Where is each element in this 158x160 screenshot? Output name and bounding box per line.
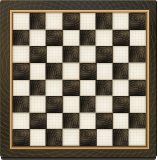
square-b3[interactable] — [30, 96, 47, 113]
square-e6[interactable] — [80, 46, 97, 63]
square-d8[interactable] — [63, 13, 80, 30]
square-h7[interactable] — [129, 30, 146, 47]
square-g4[interactable] — [113, 80, 130, 97]
square-a7[interactable] — [13, 30, 30, 47]
chess-board — [13, 13, 146, 146]
square-h6[interactable] — [129, 46, 146, 63]
square-a4[interactable] — [13, 80, 30, 97]
square-e3[interactable] — [80, 96, 97, 113]
square-d7[interactable] — [63, 30, 80, 47]
square-c1[interactable] — [46, 129, 63, 146]
square-b7[interactable] — [30, 30, 47, 47]
square-e4[interactable] — [80, 80, 97, 97]
square-b1[interactable] — [30, 129, 47, 146]
square-d1[interactable] — [63, 129, 80, 146]
square-a1[interactable] — [13, 129, 30, 146]
square-g2[interactable] — [113, 113, 130, 130]
board-bottom-edge — [1, 157, 156, 160]
square-b8[interactable] — [30, 13, 47, 30]
square-a6[interactable] — [13, 46, 30, 63]
square-e2[interactable] — [80, 113, 97, 130]
square-g5[interactable] — [113, 63, 130, 80]
square-c2[interactable] — [46, 113, 63, 130]
square-h2[interactable] — [129, 113, 146, 130]
square-h3[interactable] — [129, 96, 146, 113]
square-f4[interactable] — [96, 80, 113, 97]
square-g8[interactable] — [113, 13, 130, 30]
square-f5[interactable] — [96, 63, 113, 80]
square-f8[interactable] — [96, 13, 113, 30]
square-h4[interactable] — [129, 80, 146, 97]
square-e1[interactable] — [80, 129, 97, 146]
square-h1[interactable] — [129, 129, 146, 146]
square-b5[interactable] — [30, 63, 47, 80]
square-g3[interactable] — [113, 96, 130, 113]
square-g6[interactable] — [113, 46, 130, 63]
square-a2[interactable] — [13, 113, 30, 130]
chessboard-photo — [0, 0, 158, 160]
square-d3[interactable] — [63, 96, 80, 113]
square-b6[interactable] — [30, 46, 47, 63]
square-f2[interactable] — [96, 113, 113, 130]
square-e7[interactable] — [80, 30, 97, 47]
square-f6[interactable] — [96, 46, 113, 63]
square-g1[interactable] — [113, 129, 130, 146]
square-d6[interactable] — [63, 46, 80, 63]
square-h8[interactable] — [129, 13, 146, 30]
square-h5[interactable] — [129, 63, 146, 80]
square-c3[interactable] — [46, 96, 63, 113]
square-b4[interactable] — [30, 80, 47, 97]
square-a3[interactable] — [13, 96, 30, 113]
chess-board-frame — [0, 0, 157, 157]
square-e8[interactable] — [80, 13, 97, 30]
square-f3[interactable] — [96, 96, 113, 113]
square-c7[interactable] — [46, 30, 63, 47]
square-c5[interactable] — [46, 63, 63, 80]
square-a8[interactable] — [13, 13, 30, 30]
square-g7[interactable] — [113, 30, 130, 47]
square-f1[interactable] — [96, 129, 113, 146]
square-d4[interactable] — [63, 80, 80, 97]
square-e5[interactable] — [80, 63, 97, 80]
square-a5[interactable] — [13, 63, 30, 80]
square-c4[interactable] — [46, 80, 63, 97]
square-d5[interactable] — [63, 63, 80, 80]
square-b2[interactable] — [30, 113, 47, 130]
square-d2[interactable] — [63, 113, 80, 130]
square-c8[interactable] — [46, 13, 63, 30]
square-f7[interactable] — [96, 30, 113, 47]
square-c6[interactable] — [46, 46, 63, 63]
